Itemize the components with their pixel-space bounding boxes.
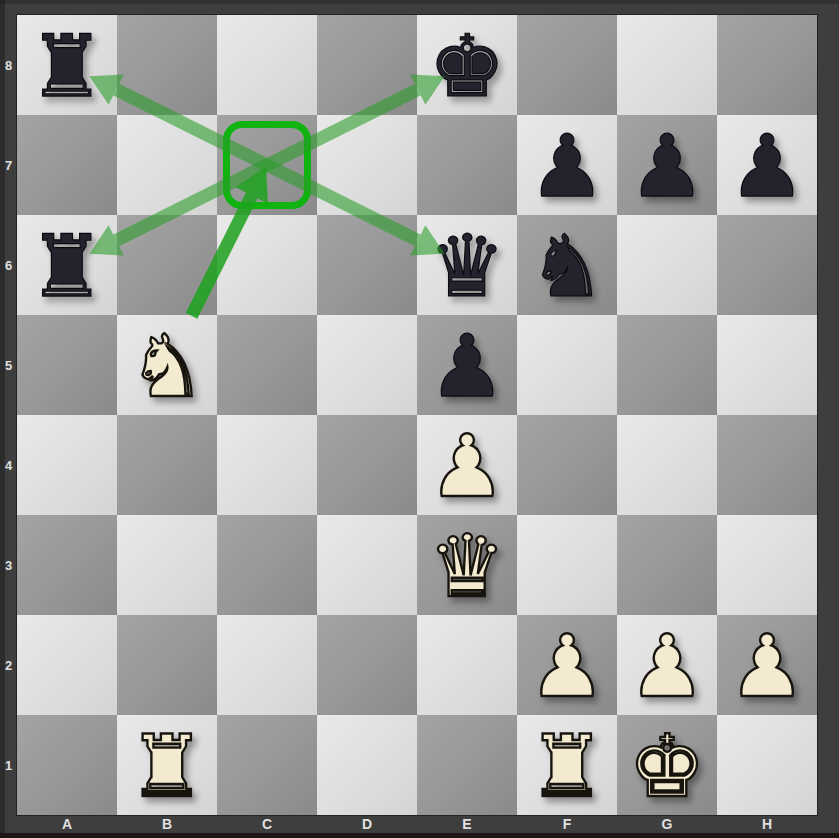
rank-label-1: 1 [0, 715, 17, 815]
square-f4[interactable] [517, 415, 617, 515]
file-label-a: A [17, 815, 117, 833]
file-labels: ABCDEFGH [17, 815, 817, 833]
square-g8[interactable] [617, 15, 717, 115]
white-pawn-h2[interactable]: ♟ [717, 615, 817, 715]
square-f3[interactable] [517, 515, 617, 615]
black-queen-e6[interactable]: ♛ [417, 215, 517, 315]
square-g6[interactable] [617, 215, 717, 315]
square-c5[interactable] [217, 315, 317, 415]
square-f8[interactable] [517, 15, 617, 115]
white-pawn-f2[interactable]: ♟ [517, 615, 617, 715]
file-label-b: B [117, 815, 217, 833]
file-label-h: H [717, 815, 817, 833]
square-h3[interactable] [717, 515, 817, 615]
black-rook-a8[interactable]: ♜ [17, 15, 117, 115]
square-b6[interactable] [117, 215, 217, 315]
rank-label-3: 3 [0, 515, 17, 615]
rank-label-4: 4 [0, 415, 17, 515]
file-label-g: G [617, 815, 717, 833]
rank-label-5: 5 [0, 315, 17, 415]
square-h5[interactable] [717, 315, 817, 415]
square-c2[interactable] [217, 615, 317, 715]
white-king-g1[interactable]: ♚ [617, 715, 717, 815]
white-pawn-g2[interactable]: ♟ [617, 615, 717, 715]
square-d7[interactable] [317, 115, 417, 215]
rank-label-8: 8 [0, 15, 17, 115]
file-label-c: C [217, 815, 317, 833]
square-a5[interactable] [17, 315, 117, 415]
square-a1[interactable] [17, 715, 117, 815]
black-knight-f6[interactable]: ♞ [517, 215, 617, 315]
square-g5[interactable] [617, 315, 717, 415]
file-label-e: E [417, 815, 517, 833]
square-h6[interactable] [717, 215, 817, 315]
rank-label-6: 6 [0, 215, 17, 315]
white-pawn-e4[interactable]: ♟ [417, 415, 517, 515]
square-e1[interactable] [417, 715, 517, 815]
square-a4[interactable] [17, 415, 117, 515]
file-label-d: D [317, 815, 417, 833]
square-d6[interactable] [317, 215, 417, 315]
rank-label-2: 2 [0, 615, 17, 715]
square-e7[interactable] [417, 115, 517, 215]
chess-board-frame: 87654321 ABCDEFGH ♜♚♟♟♟♜♛♞♞♟♟♛♟♟♟♜♜♚ [0, 0, 839, 838]
white-rook-f1[interactable]: ♜ [517, 715, 617, 815]
white-rook-b1[interactable]: ♜ [117, 715, 217, 815]
square-b7[interactable] [117, 115, 217, 215]
square-b4[interactable] [117, 415, 217, 515]
square-c3[interactable] [217, 515, 317, 615]
square-a3[interactable] [17, 515, 117, 615]
square-d8[interactable] [317, 15, 417, 115]
file-label-f: F [517, 815, 617, 833]
square-h4[interactable] [717, 415, 817, 515]
rank-labels: 87654321 [0, 15, 17, 815]
square-c6[interactable] [217, 215, 317, 315]
square-c1[interactable] [217, 715, 317, 815]
square-h8[interactable] [717, 15, 817, 115]
black-rook-a6[interactable]: ♜ [17, 215, 117, 315]
square-d4[interactable] [317, 415, 417, 515]
black-pawn-f7[interactable]: ♟ [517, 115, 617, 215]
black-pawn-h7[interactable]: ♟ [717, 115, 817, 215]
square-a2[interactable] [17, 615, 117, 715]
square-d5[interactable] [317, 315, 417, 415]
square-d2[interactable] [317, 615, 417, 715]
square-g3[interactable] [617, 515, 717, 615]
square-h1[interactable] [717, 715, 817, 815]
square-c8[interactable] [217, 15, 317, 115]
square-c4[interactable] [217, 415, 317, 515]
white-queen-e3[interactable]: ♛ [417, 515, 517, 615]
square-g4[interactable] [617, 415, 717, 515]
square-b3[interactable] [117, 515, 217, 615]
black-pawn-g7[interactable]: ♟ [617, 115, 717, 215]
square-b8[interactable] [117, 15, 217, 115]
frame-top-edge [0, 0, 839, 4]
square-c7[interactable] [217, 115, 317, 215]
square-a7[interactable] [17, 115, 117, 215]
square-e2[interactable] [417, 615, 517, 715]
square-f5[interactable] [517, 315, 617, 415]
square-d1[interactable] [317, 715, 417, 815]
square-b2[interactable] [117, 615, 217, 715]
frame-bottom-strip [0, 833, 839, 838]
white-knight-b5[interactable]: ♞ [117, 315, 217, 415]
black-pawn-e5[interactable]: ♟ [417, 315, 517, 415]
square-d3[interactable] [317, 515, 417, 615]
black-king-e8[interactable]: ♚ [417, 15, 517, 115]
rank-label-7: 7 [0, 115, 17, 215]
